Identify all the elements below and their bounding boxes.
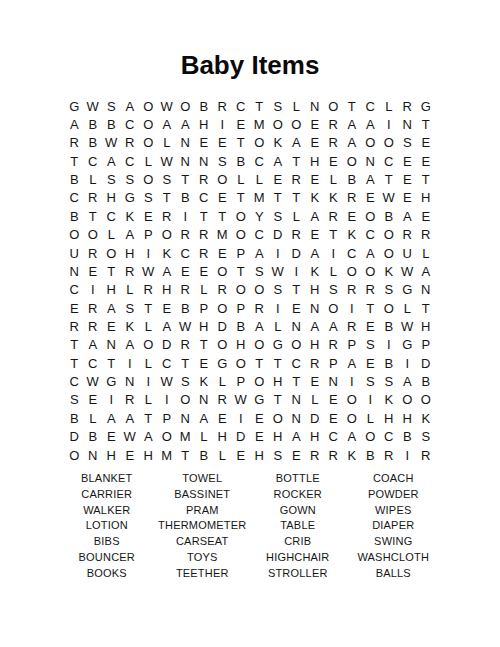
grid-cell-r11c2: I	[84, 281, 103, 299]
grid-cell-r6c16: R	[343, 189, 362, 207]
grid-cell-r11c7: R	[176, 281, 195, 299]
grid-cell-r19c7: M	[176, 427, 195, 445]
grid-cell-r11c14: H	[306, 281, 325, 299]
grid-cell-r3c12: K	[269, 134, 288, 152]
grid-cell-r1c2: W	[84, 97, 103, 115]
grid-cell-r19c20: S	[417, 427, 436, 445]
grid-cell-r7c13: L	[287, 207, 306, 225]
grid-cell-r19c5: A	[139, 427, 158, 445]
grid-cell-r14c1: T	[65, 336, 84, 354]
grid-cell-r1c16: T	[343, 97, 362, 115]
word-column-4: COACHPOWDERWIPESDIAPERSWINGWASHCLOTHBALL…	[346, 470, 442, 581]
grid-cell-r16c17: S	[361, 372, 380, 390]
grid-cell-r9c2: R	[84, 244, 103, 262]
word-item: TOYS	[155, 549, 251, 565]
grid-cell-r3c11: O	[250, 134, 269, 152]
grid-cell-r3c16: A	[343, 134, 362, 152]
grid-cell-r3c4: R	[121, 134, 140, 152]
grid-cell-r1c14: N	[306, 97, 325, 115]
grid-cell-r6c3: H	[102, 189, 121, 207]
grid-cell-r13c11: A	[250, 317, 269, 335]
grid-cell-r6c1: C	[65, 189, 84, 207]
grid-cell-r20c6: M	[158, 446, 177, 464]
grid-cell-r5c9: O	[213, 170, 232, 188]
word-item: BASSINET	[155, 486, 251, 502]
grid-cell-r9c14: A	[306, 244, 325, 262]
grid-cell-r17c11: G	[250, 391, 269, 409]
grid-cell-r17c1: S	[65, 391, 84, 409]
grid-cell-r12c17: T	[361, 299, 380, 317]
grid-cell-r5c1: B	[65, 170, 84, 188]
grid-cell-r1c9: R	[213, 97, 232, 115]
grid-cell-r18c10: I	[232, 409, 251, 427]
grid-cell-r7c11: Y	[250, 207, 269, 225]
grid-cell-r19c11: E	[250, 427, 269, 445]
grid-cell-r11c16: R	[343, 281, 362, 299]
grid-cell-r12c8: P	[195, 299, 214, 317]
grid-cell-r11c9: R	[213, 281, 232, 299]
grid-cell-r5c7: T	[176, 170, 195, 188]
grid-cell-r9c11: A	[250, 244, 269, 262]
grid-cell-r17c17: I	[361, 391, 380, 409]
word-column-1: BLANKETCARRIERWALKERLOTIONBIBSBOUNCERBOO…	[59, 470, 155, 581]
grid-cell-r6c9: E	[213, 189, 232, 207]
grid-cell-r2c20: T	[417, 115, 436, 133]
grid-cell-r15c4: I	[121, 354, 140, 372]
grid-cell-r5c4: S	[121, 170, 140, 188]
grid-cell-r15c20: D	[417, 354, 436, 372]
grid-cell-r13c6: A	[158, 317, 177, 335]
grid-cell-r15c6: C	[158, 354, 177, 372]
grid-cell-r20c18: R	[380, 446, 399, 464]
grid-cell-r9c3: O	[102, 244, 121, 262]
grid-cell-r20c13: E	[287, 446, 306, 464]
grid-cell-r19c3: E	[102, 427, 121, 445]
grid-cell-r1c4: A	[121, 97, 140, 115]
grid-cell-r14c14: H	[306, 336, 325, 354]
grid-cell-r2c11: M	[250, 115, 269, 133]
grid-cell-r8c19: R	[398, 226, 417, 244]
grid-cell-r8c2: O	[84, 226, 103, 244]
grid-cell-r14c13: O	[287, 336, 306, 354]
grid-cell-r15c16: A	[343, 354, 362, 372]
grid-cell-r2c5: O	[139, 115, 158, 133]
grid-cell-r3c13: A	[287, 134, 306, 152]
grid-cell-r5c13: R	[287, 170, 306, 188]
grid-cell-r14c15: R	[324, 336, 343, 354]
grid-cell-r12c20: T	[417, 299, 436, 317]
grid-cell-r15c10: O	[232, 354, 251, 372]
grid-cell-r3c5: O	[139, 134, 158, 152]
grid-cell-r3c17: O	[361, 134, 380, 152]
word-list: BLANKETCARRIERWALKERLOTIONBIBSBOUNCERBOO…	[59, 470, 441, 581]
grid-cell-r3c18: O	[380, 134, 399, 152]
grid-cell-r8c1: O	[65, 226, 84, 244]
grid-cell-r18c6: P	[158, 409, 177, 427]
grid-cell-r16c18: S	[380, 372, 399, 390]
grid-cell-r12c12: I	[269, 299, 288, 317]
grid-cell-r2c1: A	[65, 115, 84, 133]
grid-cell-r16c3: G	[102, 372, 121, 390]
grid-cell-r15c18: B	[380, 354, 399, 372]
grid-cell-r7c16: E	[343, 207, 362, 225]
grid-cell-r13c10: B	[232, 317, 251, 335]
puzzle-page: Baby Items GWSAOWOBRCTSLNOTCLRGABBCOAAHI…	[0, 0, 500, 647]
grid-cell-r6c4: G	[121, 189, 140, 207]
grid-cell-r7c2: T	[84, 207, 103, 225]
grid-cell-r8c3: L	[102, 226, 121, 244]
grid-cell-r7c15: R	[324, 207, 343, 225]
grid-cell-r20c3: H	[102, 446, 121, 464]
grid-cell-r4c20: E	[417, 152, 436, 170]
grid-cell-r17c16: O	[343, 391, 362, 409]
word-item: HIGHCHAIR	[250, 549, 346, 565]
grid-cell-r1c13: L	[287, 97, 306, 115]
grid-cell-r11c13: T	[287, 281, 306, 299]
word-item: LOTION	[59, 518, 155, 534]
word-item: TABLE	[250, 518, 346, 534]
grid-cell-r19c6: O	[158, 427, 177, 445]
grid-cell-r9c17: A	[361, 244, 380, 262]
grid-cell-r3c1: R	[65, 134, 84, 152]
grid-cell-r11c1: C	[65, 281, 84, 299]
grid-cell-r7c9: T	[213, 207, 232, 225]
grid-cell-r8c18: O	[380, 226, 399, 244]
grid-cell-r19c10: D	[232, 427, 251, 445]
grid-cell-r6c19: E	[398, 189, 417, 207]
word-item: COACH	[346, 470, 442, 486]
word-item: TEETHER	[155, 565, 251, 581]
grid-cell-r6c11: M	[250, 189, 269, 207]
grid-cell-r8c7: R	[176, 226, 195, 244]
grid-cell-r8c11: C	[250, 226, 269, 244]
grid-cell-r4c3: A	[102, 152, 121, 170]
grid-cell-r15c2: C	[84, 354, 103, 372]
grid-cell-r2c17: A	[361, 115, 380, 133]
grid-cell-r4c19: E	[398, 152, 417, 170]
grid-cell-r16c10: P	[232, 372, 251, 390]
grid-cell-r1c10: C	[232, 97, 251, 115]
grid-cell-r11c15: S	[324, 281, 343, 299]
grid-cell-r7c14: A	[306, 207, 325, 225]
grid-cell-r18c17: L	[361, 409, 380, 427]
grid-cell-r18c11: E	[250, 409, 269, 427]
grid-cell-r12c10: P	[232, 299, 251, 317]
grid-cell-r9c1: U	[65, 244, 84, 262]
grid-cell-r17c3: I	[102, 391, 121, 409]
grid-cell-r20c1: O	[65, 446, 84, 464]
grid-cell-r10c19: W	[398, 262, 417, 280]
grid-cell-r9c19: U	[398, 244, 417, 262]
grid-cell-r5c16: B	[343, 170, 362, 188]
grid-cell-r17c4: R	[121, 391, 140, 409]
grid-cell-r15c19: I	[398, 354, 417, 372]
word-item: CRIB	[250, 533, 346, 549]
grid-cell-r3c8: E	[195, 134, 214, 152]
grid-cell-r20c4: E	[121, 446, 140, 464]
grid-cell-r12c16: I	[343, 299, 362, 317]
grid-cell-r11c8: L	[195, 281, 214, 299]
grid-cell-r14c11: O	[250, 336, 269, 354]
word-item: PRAM	[155, 502, 251, 518]
word-item: BOTTLE	[250, 470, 346, 486]
grid-cell-r10c12: W	[269, 262, 288, 280]
grid-cell-r20c14: R	[306, 446, 325, 464]
grid-cell-r16c12: H	[269, 372, 288, 390]
grid-cell-r13c16: R	[343, 317, 362, 335]
grid-cell-r10c9: O	[213, 262, 232, 280]
grid-cell-r3c2: B	[84, 134, 103, 152]
grid-cell-r20c12: S	[269, 446, 288, 464]
grid-cell-r9c20: L	[417, 244, 436, 262]
grid-cell-r18c8: A	[195, 409, 214, 427]
grid-cell-r13c19: W	[398, 317, 417, 335]
letter-grid: GWSAOWOBRCTSLNOTCLRGABBCOAAHIEMOOERAAINT…	[65, 97, 435, 464]
grid-cell-r14c17: S	[361, 336, 380, 354]
grid-cell-r12c18: O	[380, 299, 399, 317]
grid-cell-r7c1: B	[65, 207, 84, 225]
grid-cell-r16c7: S	[176, 372, 195, 390]
grid-cell-r15c9: G	[213, 354, 232, 372]
grid-cell-r17c13: N	[287, 391, 306, 409]
grid-cell-r11c10: O	[232, 281, 251, 299]
grid-cell-r15c12: T	[269, 354, 288, 372]
grid-cell-r14c3: N	[102, 336, 121, 354]
grid-cell-r7c4: K	[121, 207, 140, 225]
grid-cell-r12c13: E	[287, 299, 306, 317]
grid-cell-r2c8: H	[195, 115, 214, 133]
grid-cell-r13c13: N	[287, 317, 306, 335]
grid-cell-r18c15: E	[324, 409, 343, 427]
grid-cell-r8c14: E	[306, 226, 325, 244]
grid-cell-r14c9: O	[213, 336, 232, 354]
grid-cell-r7c19: A	[398, 207, 417, 225]
grid-cell-r4c16: O	[343, 152, 362, 170]
grid-cell-r3c6: L	[158, 134, 177, 152]
grid-cell-r7c6: R	[158, 207, 177, 225]
grid-cell-r16c14: E	[306, 372, 325, 390]
grid-cell-r18c19: H	[398, 409, 417, 427]
grid-cell-r15c8: E	[195, 354, 214, 372]
grid-cell-r1c6: W	[158, 97, 177, 115]
grid-cell-r5c20: T	[417, 170, 436, 188]
word-item: CARRIER	[59, 486, 155, 502]
grid-cell-r7c10: O	[232, 207, 251, 225]
grid-cell-r2c7: A	[176, 115, 195, 133]
grid-cell-r4c12: A	[269, 152, 288, 170]
grid-cell-r2c16: A	[343, 115, 362, 133]
grid-cell-r5c19: E	[398, 170, 417, 188]
word-item: POWDER	[346, 486, 442, 502]
grid-cell-r1c7: O	[176, 97, 195, 115]
grid-cell-r20c20: R	[417, 446, 436, 464]
grid-cell-r9c6: K	[158, 244, 177, 262]
grid-cell-r8c9: M	[213, 226, 232, 244]
grid-cell-r16c9: L	[213, 372, 232, 390]
grid-cell-r4c1: T	[65, 152, 84, 170]
grid-cell-r13c2: R	[84, 317, 103, 335]
grid-cell-r12c5: T	[139, 299, 158, 317]
grid-cell-r14c18: I	[380, 336, 399, 354]
grid-cell-r2c18: I	[380, 115, 399, 133]
grid-cell-r1c18: L	[380, 97, 399, 115]
grid-cell-r19c13: A	[287, 427, 306, 445]
grid-cell-r12c14: N	[306, 299, 325, 317]
grid-cell-r1c8: B	[195, 97, 214, 115]
grid-cell-r2c6: A	[158, 115, 177, 133]
grid-cell-r9c4: H	[121, 244, 140, 262]
grid-cell-r14c12: G	[269, 336, 288, 354]
grid-cell-r14c7: R	[176, 336, 195, 354]
grid-cell-r4c14: H	[306, 152, 325, 170]
grid-cell-r11c5: R	[139, 281, 158, 299]
grid-cell-r4c17: N	[361, 152, 380, 170]
grid-cell-r17c7: O	[176, 391, 195, 409]
grid-cell-r6c7: B	[176, 189, 195, 207]
grid-cell-r7c12: S	[269, 207, 288, 225]
grid-cell-r20c2: N	[84, 446, 103, 464]
grid-cell-r5c12: E	[269, 170, 288, 188]
grid-cell-r9c12: I	[269, 244, 288, 262]
grid-cell-r1c1: G	[65, 97, 84, 115]
grid-cell-r9c13: D	[287, 244, 306, 262]
grid-cell-r6c2: R	[84, 189, 103, 207]
grid-cell-r6c12: T	[269, 189, 288, 207]
grid-cell-r1c11: T	[250, 97, 269, 115]
grid-cell-r13c14: A	[306, 317, 325, 335]
grid-cell-r18c2: L	[84, 409, 103, 427]
grid-cell-r2c12: O	[269, 115, 288, 133]
grid-cell-r19c18: C	[380, 427, 399, 445]
grid-cell-r3c19: S	[398, 134, 417, 152]
grid-cell-r2c10: E	[232, 115, 251, 133]
word-item: WIPES	[346, 502, 442, 518]
puzzle-title: Baby Items	[0, 50, 500, 81]
grid-cell-r5c11: L	[250, 170, 269, 188]
grid-cell-r19c14: H	[306, 427, 325, 445]
grid-cell-r18c12: O	[269, 409, 288, 427]
grid-cell-r5c5: O	[139, 170, 158, 188]
grid-cell-r7c17: O	[361, 207, 380, 225]
grid-cell-r18c3: A	[102, 409, 121, 427]
grid-cell-r17c5: L	[139, 391, 158, 409]
grid-cell-r2c15: R	[324, 115, 343, 133]
grid-cell-r14c20: P	[417, 336, 436, 354]
grid-cell-r2c4: C	[121, 115, 140, 133]
grid-cell-r2c9: I	[213, 115, 232, 133]
grid-cell-r12c4: S	[121, 299, 140, 317]
grid-cell-r4c13: T	[287, 152, 306, 170]
grid-cell-r20c17: B	[361, 446, 380, 464]
grid-cell-r11c4: L	[121, 281, 140, 299]
grid-cell-r14c10: H	[232, 336, 251, 354]
grid-cell-r9c16: C	[343, 244, 362, 262]
grid-cell-r4c7: N	[176, 152, 195, 170]
grid-cell-r6c10: T	[232, 189, 251, 207]
grid-cell-r14c19: G	[398, 336, 417, 354]
grid-cell-r16c4: N	[121, 372, 140, 390]
grid-cell-r13c9: D	[213, 317, 232, 335]
grid-cell-r19c1: D	[65, 427, 84, 445]
grid-cell-r1c19: R	[398, 97, 417, 115]
grid-cell-r6c15: K	[324, 189, 343, 207]
grid-cell-r12c6: E	[158, 299, 177, 317]
grid-cell-r10c2: E	[84, 262, 103, 280]
grid-cell-r6c14: K	[306, 189, 325, 207]
grid-cell-r10c14: K	[306, 262, 325, 280]
grid-cell-r8c5: P	[139, 226, 158, 244]
grid-cell-r17c10: W	[232, 391, 251, 409]
grid-cell-r18c20: K	[417, 409, 436, 427]
grid-cell-r20c5: H	[139, 446, 158, 464]
grid-cell-r3c10: T	[232, 134, 251, 152]
grid-cell-r11c12: S	[269, 281, 288, 299]
grid-cell-r1c3: S	[102, 97, 121, 115]
grid-cell-r9c7: C	[176, 244, 195, 262]
grid-cell-r15c15: P	[324, 354, 343, 372]
grid-cell-r17c6: I	[158, 391, 177, 409]
grid-cell-r15c5: L	[139, 354, 158, 372]
grid-cell-r8c10: O	[232, 226, 251, 244]
grid-cell-r5c2: L	[84, 170, 103, 188]
grid-cell-r9c5: I	[139, 244, 158, 262]
grid-cell-r9c8: R	[195, 244, 214, 262]
grid-cell-r7c18: B	[380, 207, 399, 225]
grid-cell-r14c2: A	[84, 336, 103, 354]
grid-cell-r17c2: E	[84, 391, 103, 409]
grid-cell-r16c5: I	[139, 372, 158, 390]
grid-cell-r20c10: E	[232, 446, 251, 464]
grid-cell-r20c15: R	[324, 446, 343, 464]
grid-cell-r11c17: R	[361, 281, 380, 299]
grid-cell-r7c20: E	[417, 207, 436, 225]
word-item: DIAPER	[346, 518, 442, 534]
grid-cell-r9c15: I	[324, 244, 343, 262]
grid-cell-r6c18: W	[380, 189, 399, 207]
grid-cell-r12c19: L	[398, 299, 417, 317]
grid-cell-r10c1: N	[65, 262, 84, 280]
grid-cell-r1c17: C	[361, 97, 380, 115]
grid-cell-r5c14: E	[306, 170, 325, 188]
grid-cell-r19c15: C	[324, 427, 343, 445]
grid-cell-r19c4: W	[121, 427, 140, 445]
grid-cell-r4c2: C	[84, 152, 103, 170]
grid-cell-r18c16: O	[343, 409, 362, 427]
grid-cell-r10c10: T	[232, 262, 251, 280]
grid-cell-r16c16: I	[343, 372, 362, 390]
grid-cell-r5c18: T	[380, 170, 399, 188]
grid-cell-r15c11: T	[250, 354, 269, 372]
grid-cell-r6c6: T	[158, 189, 177, 207]
grid-cell-r3c9: E	[213, 134, 232, 152]
grid-cell-r10c8: E	[195, 262, 214, 280]
grid-cell-r16c2: W	[84, 372, 103, 390]
grid-cell-r17c19: O	[398, 391, 417, 409]
grid-cell-r15c14: R	[306, 354, 325, 372]
grid-cell-r11c6: H	[158, 281, 177, 299]
grid-cell-r20c19: I	[398, 446, 417, 464]
grid-cell-r9c9: E	[213, 244, 232, 262]
grid-cell-r16c19: A	[398, 372, 417, 390]
word-item: ROCKER	[250, 486, 346, 502]
grid-cell-r8c17: C	[361, 226, 380, 244]
grid-cell-r1c5: O	[139, 97, 158, 115]
grid-cell-r8c15: T	[324, 226, 343, 244]
grid-cell-r19c17: O	[361, 427, 380, 445]
grid-cell-r13c18: B	[380, 317, 399, 335]
grid-cell-r15c7: T	[176, 354, 195, 372]
grid-cell-r1c15: O	[324, 97, 343, 115]
